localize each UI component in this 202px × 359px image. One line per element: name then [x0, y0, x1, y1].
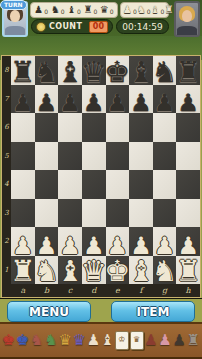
captured-black-slot-0: ♟0 — [34, 4, 48, 16]
count-bar: COUNT 00 — [31, 19, 113, 34]
square-e6[interactable] — [106, 113, 130, 142]
square-a5[interactable] — [11, 142, 35, 171]
captured-piece-count: 0 — [77, 8, 81, 16]
rank-label-6: 6 — [2, 113, 11, 142]
square-g5[interactable] — [153, 142, 177, 171]
square-h5[interactable] — [176, 142, 200, 171]
skin-blue-king-icon[interactable]: ♚ — [16, 333, 29, 348]
captured-black-slot-1: ♞0 — [51, 4, 65, 16]
item-button[interactable]: ITEM — [111, 301, 195, 322]
piece-black-pawn-h7[interactable]: ♟ — [172, 91, 202, 115]
avatar-face — [10, 10, 20, 22]
rank-label-5: 5 — [2, 142, 11, 171]
stopwatch-icon — [36, 22, 46, 32]
square-d5[interactable] — [82, 142, 106, 171]
item-tray: ♚♚♞♞♛♛♟♝♔♛♟♟♟♜ — [0, 322, 202, 359]
skin-black-pawn-icon[interactable]: ♟ — [172, 333, 185, 348]
square-e4[interactable] — [106, 170, 130, 199]
skin-pink-pawn-icon[interactable]: ♟ — [158, 333, 171, 348]
count-value: 00 — [89, 21, 108, 33]
card-black-set-icon[interactable]: ♛ — [130, 331, 144, 350]
square-e5[interactable] — [106, 142, 130, 171]
piece-white-rook-h1[interactable]: ♜ — [172, 257, 202, 286]
square-d3[interactable] — [82, 199, 106, 228]
captured-white-slot-2: ♝0 — [151, 4, 165, 16]
captured-piece-icon: ♟ — [123, 4, 132, 16]
square-h4[interactable] — [176, 170, 200, 199]
square-g4[interactable] — [153, 170, 177, 199]
menu-button[interactable]: MENU — [7, 301, 91, 322]
square-f6[interactable] — [129, 113, 153, 142]
count-label: COUNT — [49, 22, 89, 31]
turn-badge: TURN — [0, 0, 27, 10]
square-f4[interactable] — [129, 170, 153, 199]
captured-black-slot-2: ♝0 — [67, 4, 81, 16]
avatar-torso — [5, 26, 25, 35]
skin-red-king-icon[interactable]: ♚ — [2, 333, 15, 348]
skin-gold-queen-icon[interactable]: ♛ — [58, 333, 71, 348]
timer-bar: 00:14:59 — [116, 19, 169, 34]
square-c6[interactable] — [58, 113, 82, 142]
captured-piece-icon: ♜ — [164, 4, 173, 16]
player-avatar-white — [174, 1, 200, 37]
square-h6[interactable] — [176, 113, 200, 142]
square-b3[interactable] — [35, 199, 59, 228]
captured-white-slot-1: ♞0 — [137, 4, 151, 16]
rank-label-3: 3 — [2, 199, 11, 228]
captured-black-tray: ♟0♞0♝0♜0♛0 — [30, 2, 118, 18]
square-h2[interactable]: ♟ — [176, 227, 200, 256]
square-h8[interactable]: ♜ — [176, 56, 200, 85]
timer-value: 00:14:59 — [122, 22, 162, 32]
captured-piece-count: 0 — [44, 8, 48, 16]
chess-board: 8♜♞♝♛♚♝♞♜7♟♟♟♟♟♟♟♟65432♟♟♟♟♟♟♟♟1♜♞♝♛♚♝♞♜… — [1, 55, 201, 298]
captured-black-slot-3: ♜0 — [83, 4, 97, 16]
captured-piece-icon: ♝ — [151, 4, 160, 16]
square-g3[interactable] — [153, 199, 177, 228]
skin-ivory-bishop-icon[interactable]: ♝ — [101, 333, 114, 348]
square-b4[interactable] — [35, 170, 59, 199]
captured-piece-icon: ♞ — [137, 4, 146, 16]
captured-black-slot-4: ♛0 — [100, 4, 114, 16]
captured-piece-count: 0 — [93, 8, 97, 16]
square-f3[interactable] — [129, 199, 153, 228]
skin-gray-rook-icon[interactable]: ♜ — [187, 333, 200, 348]
square-b6[interactable] — [35, 113, 59, 142]
square-a6[interactable] — [11, 113, 35, 142]
captured-white-slot-0: ♟0 — [123, 4, 137, 16]
square-g6[interactable] — [153, 113, 177, 142]
square-c5[interactable] — [58, 142, 82, 171]
skin-brown-pawn-icon[interactable]: ♟ — [144, 333, 157, 348]
captured-piece-count: 0 — [110, 8, 114, 16]
button-row: MENU ITEM — [0, 298, 202, 322]
card-white-set-icon[interactable]: ♔ — [115, 331, 129, 350]
square-c3[interactable] — [58, 199, 82, 228]
square-a4[interactable] — [11, 170, 35, 199]
captured-piece-icon: ♞ — [51, 4, 60, 16]
skin-green-knight-icon[interactable]: ♞ — [44, 333, 57, 348]
rank-label-4: 4 — [2, 170, 11, 199]
piece-black-rook-h8[interactable]: ♜ — [172, 58, 202, 87]
skin-ivory-pawn-icon[interactable]: ♟ — [87, 333, 100, 348]
captured-piece-icon: ♜ — [83, 4, 92, 16]
captured-white-tray: ♟0♞0♝0♜0♛0 — [120, 2, 169, 18]
captured-piece-icon: ♟ — [34, 4, 43, 16]
square-e3[interactable] — [106, 199, 130, 228]
captured-piece-icon: ♝ — [67, 4, 76, 16]
skin-purple-queen-icon[interactable]: ♛ — [73, 333, 86, 348]
header: TURN ♟0♞0♝0♜0♛0 ♟0♞0♝0♜0♛0 COUNT 00 00:1… — [0, 0, 202, 36]
square-h7[interactable]: ♟ — [176, 85, 200, 114]
square-a3[interactable] — [11, 199, 35, 228]
square-h1[interactable]: ♜ — [176, 256, 200, 285]
square-d4[interactable] — [82, 170, 106, 199]
skin-red-knight-icon[interactable]: ♞ — [30, 333, 43, 348]
avatar-torso — [177, 26, 197, 35]
captured-piece-count: 0 — [61, 8, 65, 16]
avatar-face — [182, 10, 192, 22]
captured-piece-icon: ♛ — [100, 4, 109, 16]
square-b5[interactable] — [35, 142, 59, 171]
chess-app: TURN ♟0♞0♝0♜0♛0 ♟0♞0♝0♜0♛0 COUNT 00 00:1… — [0, 0, 202, 359]
square-h3[interactable] — [176, 199, 200, 228]
square-c4[interactable] — [58, 170, 82, 199]
square-d6[interactable] — [82, 113, 106, 142]
square-f5[interactable] — [129, 142, 153, 171]
